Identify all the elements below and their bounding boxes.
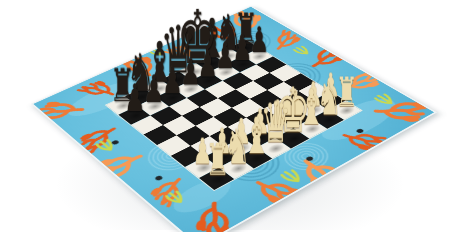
piece-black-pawn[interactable]: ♟ [116, 81, 153, 116]
chess-set-photo: ♜♞♝♛♚♝♞♜♟♟♟♟♟♟♟♟♟♟♟♟♟♟♟♟♜♞♝♛♚♝♞♜ [0, 0, 457, 232]
board-tilt: ♜♞♝♛♚♝♞♜♟♟♟♟♟♟♟♟♟♟♟♟♟♟♟♟♜♞♝♛♚♝♞♜ [31, 6, 437, 232]
perspective-wrapper: ♜♞♝♛♚♝♞♜♟♟♟♟♟♟♟♟♟♟♟♟♟♟♟♟♜♞♝♛♚♝♞♜ [0, 0, 457, 232]
piece-white-rook[interactable]: ♜ [197, 139, 238, 179]
chess-board: ♜♞♝♛♚♝♞♜♟♟♟♟♟♟♟♟♟♟♟♟♟♟♟♟♜♞♝♛♚♝♞♜ [31, 6, 437, 232]
